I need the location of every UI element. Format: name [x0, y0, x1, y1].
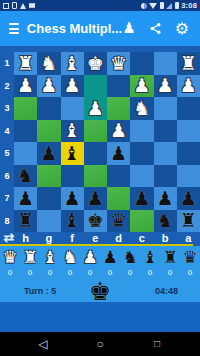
rank-label: 3	[0, 97, 14, 120]
piece-bN[interactable]: ♞	[157, 211, 174, 230]
turn-hud: Turn : 5 ♚ 04:48	[0, 280, 200, 302]
captured-wP: ♟0	[80, 246, 100, 280]
piece-bP[interactable]: ♟	[40, 144, 57, 163]
clock-text: 3:08	[181, 1, 197, 10]
captured-count: 0	[128, 268, 132, 277]
piece-wP[interactable]: ♟	[64, 76, 81, 95]
square-c3[interactable]: ♞	[130, 97, 153, 120]
chess-piece-icon[interactable]: ♟	[122, 21, 135, 36]
square-b1[interactable]	[154, 52, 177, 75]
piece-wP[interactable]: ♟	[157, 76, 174, 95]
rank-label: 4	[0, 120, 14, 143]
square-e4[interactable]	[84, 120, 107, 143]
square-b8[interactable]: ♞	[154, 210, 177, 233]
side-to-move-icon: ♚	[89, 279, 111, 304]
square-e2[interactable]	[84, 75, 107, 98]
status-left-icons	[3, 2, 35, 9]
app-bar: Chess Multipl... ♟ ⚙	[0, 11, 200, 46]
piece-wR[interactable]: ♜	[17, 54, 34, 73]
brightness-icon	[141, 3, 147, 9]
piece-wP[interactable]: ♟	[180, 76, 197, 95]
square-b6[interactable]	[154, 165, 177, 188]
piece-bP[interactable]: ♟	[110, 144, 127, 163]
screenshot-icon	[3, 3, 9, 9]
square-e6[interactable]	[84, 165, 107, 188]
rank-label: 1	[0, 52, 14, 75]
square-e3[interactable]: ♟	[84, 97, 107, 120]
home-button[interactable]: ○	[94, 338, 106, 350]
square-g8[interactable]	[37, 210, 60, 233]
square-c4[interactable]	[130, 120, 153, 143]
piece-bP[interactable]: ♟	[64, 189, 81, 208]
piece-bP[interactable]: ♟	[157, 189, 174, 208]
captured-wQ: ♛0	[0, 246, 20, 280]
tray-piece-icon: ♟	[82, 246, 97, 268]
square-c8[interactable]	[130, 210, 153, 233]
piece-bB[interactable]: ♝	[64, 144, 81, 163]
captured-count: 0	[188, 268, 192, 277]
captured-count: 0	[168, 268, 172, 277]
square-f7[interactable]: ♟	[61, 187, 84, 210]
square-h6[interactable]: ♞	[14, 165, 37, 188]
captured-pieces-tray: ♛0♜0♝0♞0♟0♟0♞0♝0♜0♛0	[0, 246, 200, 280]
tray-piece-icon: ♟	[102, 246, 117, 268]
square-e7[interactable]: ♟	[84, 187, 107, 210]
square-a4[interactable]	[177, 120, 200, 143]
piece-bP[interactable]: ♟	[180, 189, 197, 208]
captured-bQ: ♛0	[180, 246, 200, 280]
square-d7[interactable]	[107, 187, 130, 210]
captured-count: 0	[88, 268, 92, 277]
file-label-d: d	[107, 232, 130, 244]
signal-icon	[166, 3, 172, 9]
square-g4[interactable]	[37, 120, 60, 143]
square-a1[interactable]: ♜	[177, 52, 200, 75]
page-title: Chess Multipl...	[27, 21, 122, 36]
piece-bP[interactable]: ♟	[17, 189, 34, 208]
square-c6[interactable]	[130, 165, 153, 188]
captured-count: 0	[8, 268, 12, 277]
tray-piece-icon: ♜	[162, 246, 177, 268]
file-label-a: a	[177, 232, 200, 244]
piece-bR[interactable]: ♜	[180, 211, 197, 230]
square-a6[interactable]	[177, 165, 200, 188]
square-e1[interactable]: ♚	[84, 52, 107, 75]
square-d6[interactable]	[107, 165, 130, 188]
captured-count: 0	[68, 268, 72, 277]
square-c5[interactable]	[130, 142, 153, 165]
captured-bR: ♜0	[160, 246, 180, 280]
piece-bR[interactable]: ♜	[17, 211, 34, 230]
tray-piece-icon: ♛	[2, 246, 17, 268]
square-g1[interactable]: ♞	[37, 52, 60, 75]
captured-wB: ♝0	[40, 246, 60, 280]
warning-icon	[20, 3, 26, 9]
square-e8[interactable]: ♚	[84, 210, 107, 233]
square-g2[interactable]: ♟	[37, 75, 60, 98]
piece-wB[interactable]: ♝	[64, 121, 81, 140]
tray-piece-icon: ♝	[42, 246, 57, 268]
flip-board-icon[interactable]: ⇄	[0, 228, 18, 246]
square-a5[interactable]	[177, 142, 200, 165]
file-label-e: e	[84, 232, 107, 244]
square-h4[interactable]	[14, 120, 37, 143]
captured-count: 0	[48, 268, 52, 277]
turn-counter: Turn : 5	[24, 286, 56, 296]
wifi-icon	[149, 3, 157, 9]
bottom-strip	[0, 302, 200, 332]
game-timer: 04:48	[155, 286, 178, 296]
square-g5[interactable]: ♟	[37, 142, 60, 165]
square-f8[interactable]: ♝	[61, 210, 84, 233]
square-a2[interactable]: ♟	[177, 75, 200, 98]
chess-app-window: 3:08 Chess Multipl... ♟ ⚙ 1♜♞♝♚♛♜2♟♟♟♟♟♟…	[0, 0, 200, 356]
tray-piece-icon: ♞	[62, 246, 77, 268]
piece-bP[interactable]: ♟	[87, 189, 104, 208]
square-f4[interactable]: ♝	[61, 120, 84, 143]
captured-count: 0	[108, 268, 112, 277]
hamburger-icon[interactable]	[9, 23, 19, 34]
status-bar: 3:08	[0, 0, 200, 11]
piece-wP[interactable]: ♟	[87, 99, 104, 118]
file-label-b: b	[154, 232, 177, 244]
piece-bN[interactable]: ♞	[17, 166, 34, 185]
file-labels-row: ⇄ hgfedcba	[0, 232, 200, 244]
back-button[interactable]: ◁	[37, 338, 49, 350]
square-a8[interactable]: ♜	[177, 210, 200, 233]
square-a7[interactable]: ♟	[177, 187, 200, 210]
square-c7[interactable]: ♟	[130, 187, 153, 210]
square-d5[interactable]: ♟	[107, 142, 130, 165]
square-b7[interactable]: ♟	[154, 187, 177, 210]
square-f5[interactable]: ♝	[61, 142, 84, 165]
piece-wQ[interactable]: ♛	[110, 54, 127, 73]
piece-wP[interactable]: ♟	[40, 76, 57, 95]
tray-piece-icon: ♞	[122, 246, 137, 268]
status-right-icons: 3:08	[141, 1, 197, 10]
piece-wK[interactable]: ♚	[87, 54, 104, 73]
share-icon[interactable]	[149, 22, 162, 35]
rank-label: 5	[0, 142, 14, 165]
square-h1[interactable]: ♜	[14, 52, 37, 75]
rank-label: 2	[0, 75, 14, 98]
file-label-g: g	[37, 232, 60, 244]
piece-wR[interactable]: ♜	[180, 54, 197, 73]
piece-bB[interactable]: ♝	[64, 211, 81, 230]
square-f6[interactable]	[61, 165, 84, 188]
captured-bB: ♝0	[140, 246, 160, 280]
chess-board: 1♜♞♝♚♛♜2♟♟♟♟♟♟3♟♞4♝♟5♟♝♟6♞7♟♟♟♟♟♟8♜♝♚♛♞♜	[0, 52, 200, 232]
square-h7[interactable]: ♟	[14, 187, 37, 210]
file-label-f: f	[61, 232, 84, 244]
square-b3[interactable]	[154, 97, 177, 120]
square-f3[interactable]	[61, 97, 84, 120]
square-d4[interactable]: ♟	[107, 120, 130, 143]
storage-icon	[160, 2, 164, 9]
board-area: 1♜♞♝♚♛♜2♟♟♟♟♟♟3♟♞4♝♟5♟♝♟6♞7♟♟♟♟♟♟8♜♝♚♛♞♜	[0, 46, 200, 232]
square-f1[interactable]: ♝	[61, 52, 84, 75]
square-a3[interactable]	[177, 97, 200, 120]
square-f2[interactable]: ♟	[61, 75, 84, 98]
rank-label: 6	[0, 165, 14, 188]
captured-count: 0	[148, 268, 152, 277]
captured-wR: ♜0	[20, 246, 40, 280]
square-e5[interactable]	[84, 142, 107, 165]
square-b2[interactable]: ♟	[154, 75, 177, 98]
square-g6[interactable]	[37, 165, 60, 188]
square-d3[interactable]	[107, 97, 130, 120]
square-d8[interactable]: ♛	[107, 210, 130, 233]
rank-label: 7	[0, 187, 14, 210]
tray-piece-icon: ♜	[22, 246, 37, 268]
piece-wP[interactable]: ♟	[17, 76, 34, 95]
square-d2[interactable]	[107, 75, 130, 98]
square-g7[interactable]	[37, 187, 60, 210]
piece-wN[interactable]: ♞	[133, 99, 150, 118]
square-h5[interactable]	[14, 142, 37, 165]
square-b4[interactable]	[154, 120, 177, 143]
piece-wN[interactable]: ♞	[40, 54, 57, 73]
recents-button[interactable]: □	[151, 339, 163, 349]
email-icon	[29, 3, 35, 8]
piece-bQ[interactable]: ♛	[110, 211, 127, 230]
captured-bN: ♞0	[120, 246, 140, 280]
square-h2[interactable]: ♟	[14, 75, 37, 98]
square-c1[interactable]	[130, 52, 153, 75]
gear-icon[interactable]: ⚙	[175, 21, 189, 37]
captured-wN: ♞0	[60, 246, 80, 280]
piece-bP[interactable]: ♟	[133, 189, 150, 208]
square-h3[interactable]	[14, 97, 37, 120]
piece-bK[interactable]: ♚	[87, 211, 104, 230]
captured-count: 0	[28, 268, 32, 277]
piece-wP[interactable]: ♟	[133, 76, 150, 95]
square-g3[interactable]	[37, 97, 60, 120]
piece-wB[interactable]: ♝	[64, 54, 81, 73]
android-nav-bar: ◁○□	[0, 332, 200, 356]
battery-icon	[175, 2, 179, 9]
piece-wP[interactable]: ♟	[110, 121, 127, 140]
captured-bP: ♟0	[100, 246, 120, 280]
square-d1[interactable]: ♛	[107, 52, 130, 75]
square-b5[interactable]	[154, 142, 177, 165]
tray-piece-icon: ♝	[142, 246, 157, 268]
phone-icon	[12, 2, 17, 9]
tray-piece-icon: ♛	[182, 246, 197, 268]
square-c2[interactable]: ♟	[130, 75, 153, 98]
file-label-c: c	[130, 232, 153, 244]
